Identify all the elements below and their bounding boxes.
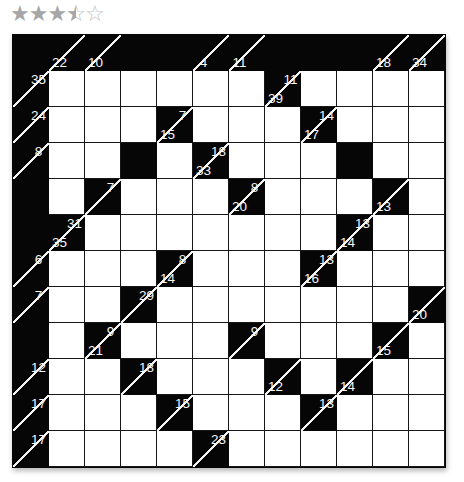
cell-r8c0 [13, 323, 49, 359]
cell-r9c9: 14 [337, 359, 373, 395]
cell-r9c2[interactable] [85, 359, 121, 395]
cell-r1c11[interactable] [409, 71, 445, 107]
star-full-icon: ★ [47, 0, 66, 28]
cell-r10c8: 13 [301, 395, 337, 431]
cell-r3c9 [337, 143, 373, 179]
down-clue: 35 [49, 235, 70, 250]
across-clue: 8 [28, 144, 49, 159]
cell-r2c7[interactable] [265, 107, 301, 143]
cell-r3c2[interactable] [85, 143, 121, 179]
cell-r4c0 [13, 179, 49, 215]
cell-r6c4: 814 [157, 251, 193, 287]
cell-r9c5[interactable] [193, 359, 229, 395]
across-clue: 35 [28, 72, 49, 87]
across-clue: 14 [316, 108, 337, 123]
cell-r2c6[interactable] [229, 107, 265, 143]
cell-r5c4[interactable] [157, 215, 193, 251]
kakuro-board: 2210411183435113924715141781833782013313… [12, 34, 446, 468]
cell-r7c0: 7 [13, 287, 49, 323]
cell-r3c0: 8 [13, 143, 49, 179]
cell-r5c1: 3135 [49, 215, 85, 251]
cell-r4c9[interactable] [337, 179, 373, 215]
cell-r1c5[interactable] [193, 71, 229, 107]
across-clue: 8 [172, 252, 193, 267]
cell-r2c2[interactable] [85, 107, 121, 143]
cell-r4c10: 13 [373, 179, 409, 215]
down-clue: 15 [373, 343, 394, 358]
cell-r4c4[interactable] [157, 179, 193, 215]
cell-r6c5[interactable] [193, 251, 229, 287]
cell-r6c11[interactable] [409, 251, 445, 287]
across-clue: 18 [208, 144, 229, 159]
cell-r7c5[interactable] [193, 287, 229, 323]
cell-r5c9: 1314 [337, 215, 373, 251]
down-clue: 20 [229, 199, 250, 214]
across-clue: 18 [136, 360, 157, 375]
cell-r6c1[interactable] [49, 251, 85, 287]
down-clue: 10 [85, 55, 106, 70]
down-clue: 39 [265, 91, 286, 106]
cell-r1c8[interactable] [301, 71, 337, 107]
cell-r1c3[interactable] [121, 71, 157, 107]
cell-r5c10[interactable] [373, 215, 409, 251]
cell-r5c5[interactable] [193, 215, 229, 251]
down-clue: 22 [49, 55, 70, 70]
across-clue: 17 [28, 396, 49, 411]
cell-r8c6: 9 [229, 323, 265, 359]
cell-r11c0: 17 [13, 431, 49, 467]
cell-r9c11[interactable] [409, 359, 445, 395]
cell-r10c0: 17 [13, 395, 49, 431]
cell-r7c11: 20 [409, 287, 445, 323]
cell-r7c9[interactable] [337, 287, 373, 323]
down-clue: 21 [85, 343, 106, 358]
cell-r9c7: 12 [265, 359, 301, 395]
cell-r4c3[interactable] [121, 179, 157, 215]
cell-r0c0 [13, 35, 49, 71]
down-clue: 4 [193, 55, 214, 70]
cell-r10c9[interactable] [337, 395, 373, 431]
across-clue: 6 [28, 252, 49, 267]
across-clue: 11 [280, 72, 301, 87]
cell-r5c11[interactable] [409, 215, 445, 251]
down-clue: 16 [301, 271, 322, 286]
down-clue: 12 [265, 379, 286, 394]
cell-r0c1: 22 [49, 35, 85, 71]
cell-r0c7 [265, 35, 301, 71]
cell-r0c9 [337, 35, 373, 71]
cell-r11c6[interactable] [229, 431, 265, 467]
cell-r1c6[interactable] [229, 71, 265, 107]
cell-r7c6[interactable] [229, 287, 265, 323]
across-clue: 7 [172, 108, 193, 123]
cell-r11c8[interactable] [301, 431, 337, 467]
across-clue: 15 [172, 396, 193, 411]
cell-r8c1[interactable] [49, 323, 85, 359]
cell-r10c11[interactable] [409, 395, 445, 431]
cell-r7c3: 29 [121, 287, 157, 323]
cell-r9c4[interactable] [157, 359, 193, 395]
cell-r11c11[interactable] [409, 431, 445, 467]
down-clue: 14 [337, 379, 358, 394]
cell-r10c5[interactable] [193, 395, 229, 431]
cell-r7c8[interactable] [301, 287, 337, 323]
across-clue: 8 [244, 180, 265, 195]
cell-r0c11: 34 [409, 35, 445, 71]
cell-r2c4: 715 [157, 107, 193, 143]
cell-r4c1[interactable] [49, 179, 85, 215]
cell-r3c1[interactable] [49, 143, 85, 179]
star-empty-icon: ☆ [85, 0, 104, 28]
cell-r6c8: 1316 [301, 251, 337, 287]
cell-r1c10[interactable] [373, 71, 409, 107]
cell-r10c4: 15 [157, 395, 193, 431]
cell-r9c6[interactable] [229, 359, 265, 395]
cell-r11c10[interactable] [373, 431, 409, 467]
down-clue: 20 [409, 307, 430, 322]
cell-r11c5: 23 [193, 431, 229, 467]
cell-r2c9[interactable] [337, 107, 373, 143]
across-clue: 13 [316, 252, 337, 267]
cell-r1c1[interactable] [49, 71, 85, 107]
across-clue: 9 [100, 324, 121, 339]
cell-r9c8[interactable] [301, 359, 337, 395]
cell-r5c2[interactable] [85, 215, 121, 251]
cell-r6c7[interactable] [265, 251, 301, 287]
cell-r5c7[interactable] [265, 215, 301, 251]
cell-r2c11[interactable] [409, 107, 445, 143]
cell-r11c2[interactable] [85, 431, 121, 467]
cell-r11c3[interactable] [121, 431, 157, 467]
down-clue: 15 [157, 127, 178, 142]
cell-r4c11[interactable] [409, 179, 445, 215]
across-clue: 17 [28, 432, 49, 447]
cell-r8c7[interactable] [265, 323, 301, 359]
cell-r11c4[interactable] [157, 431, 193, 467]
cell-r4c7[interactable] [265, 179, 301, 215]
across-clue: 7 [100, 180, 121, 195]
cell-r7c1[interactable] [49, 287, 85, 323]
cell-r8c3[interactable] [121, 323, 157, 359]
cell-r8c4[interactable] [157, 323, 193, 359]
across-clue: 13 [352, 216, 373, 231]
cell-r3c7[interactable] [265, 143, 301, 179]
cell-r6c0: 6 [13, 251, 49, 287]
down-clue: 13 [373, 199, 394, 214]
down-clue: 14 [157, 271, 178, 286]
cell-r4c6: 820 [229, 179, 265, 215]
cell-r0c3 [121, 35, 157, 71]
cell-r2c5[interactable] [193, 107, 229, 143]
cell-r5c0 [13, 215, 49, 251]
cell-r3c10[interactable] [373, 143, 409, 179]
down-clue: 18 [373, 55, 394, 70]
cell-r10c10[interactable] [373, 395, 409, 431]
cell-r8c10: 15 [373, 323, 409, 359]
cell-r9c0: 12 [13, 359, 49, 395]
cell-r10c7[interactable] [265, 395, 301, 431]
cell-r8c8[interactable] [301, 323, 337, 359]
cell-r5c8[interactable] [301, 215, 337, 251]
cell-r3c3 [121, 143, 157, 179]
across-clue: 7 [28, 288, 49, 303]
cell-r6c2[interactable] [85, 251, 121, 287]
cell-r6c9[interactable] [337, 251, 373, 287]
cell-r2c8: 1417 [301, 107, 337, 143]
cell-r2c0: 24 [13, 107, 49, 143]
cell-r5c3[interactable] [121, 215, 157, 251]
cell-r7c7[interactable] [265, 287, 301, 323]
cell-r9c10[interactable] [373, 359, 409, 395]
star-full-icon: ★ [29, 0, 48, 28]
cell-r1c2[interactable] [85, 71, 121, 107]
cell-r4c2: 7 [85, 179, 121, 215]
cell-r6c3[interactable] [121, 251, 157, 287]
cell-r0c5: 4 [193, 35, 229, 71]
cell-r11c9[interactable] [337, 431, 373, 467]
cell-r6c6[interactable] [229, 251, 265, 287]
cell-r11c1[interactable] [49, 431, 85, 467]
cell-r3c8[interactable] [301, 143, 337, 179]
down-clue: 17 [301, 127, 322, 142]
cell-r7c4[interactable] [157, 287, 193, 323]
cell-r4c8[interactable] [301, 179, 337, 215]
cell-r0c6: 11 [229, 35, 265, 71]
cell-r0c8 [301, 35, 337, 71]
cell-r2c3[interactable] [121, 107, 157, 143]
cell-r11c7[interactable] [265, 431, 301, 467]
difficulty-stars: ★★★★☆☆ [10, 0, 104, 30]
cell-r9c3: 18 [121, 359, 157, 395]
cell-r7c2[interactable] [85, 287, 121, 323]
down-clue: 11 [229, 55, 250, 70]
cell-r8c2: 921 [85, 323, 121, 359]
across-clue: 24 [28, 108, 49, 123]
across-clue: 29 [136, 288, 157, 303]
cell-r1c0: 35 [13, 71, 49, 107]
cell-r0c4 [157, 35, 193, 71]
star-half-icon: ★☆ [66, 0, 85, 28]
cell-r2c1[interactable] [49, 107, 85, 143]
cell-r10c6[interactable] [229, 395, 265, 431]
across-clue: 12 [28, 360, 49, 375]
cell-r10c2[interactable] [85, 395, 121, 431]
across-clue: 13 [316, 396, 337, 411]
down-clue: 14 [337, 235, 358, 250]
cell-r0c10: 18 [373, 35, 409, 71]
cell-r1c9[interactable] [337, 71, 373, 107]
down-clue: 34 [409, 55, 430, 70]
cell-r4c5[interactable] [193, 179, 229, 215]
cell-r10c3[interactable] [121, 395, 157, 431]
cell-r8c5[interactable] [193, 323, 229, 359]
cell-r1c4[interactable] [157, 71, 193, 107]
across-clue: 23 [208, 432, 229, 447]
star-full-icon: ★ [10, 0, 29, 28]
cell-r3c11[interactable] [409, 143, 445, 179]
cell-r9c1[interactable] [49, 359, 85, 395]
cell-r2c10[interactable] [373, 107, 409, 143]
cell-r8c9[interactable] [337, 323, 373, 359]
cell-r1c7: 1139 [265, 71, 301, 107]
cell-r3c4[interactable] [157, 143, 193, 179]
across-clue: 9 [244, 324, 265, 339]
cell-r8c11[interactable] [409, 323, 445, 359]
cell-r6c10[interactable] [373, 251, 409, 287]
cell-r10c1[interactable] [49, 395, 85, 431]
cell-r0c2: 10 [85, 35, 121, 71]
cell-r3c5: 1833 [193, 143, 229, 179]
across-clue: 31 [64, 216, 85, 231]
cell-r3c6[interactable] [229, 143, 265, 179]
down-clue: 33 [193, 163, 214, 178]
cell-r7c10[interactable] [373, 287, 409, 323]
cell-r5c6[interactable] [229, 215, 265, 251]
